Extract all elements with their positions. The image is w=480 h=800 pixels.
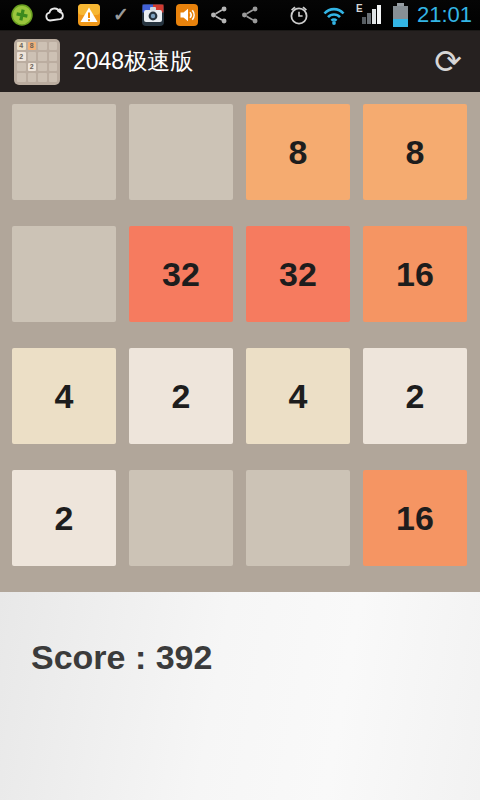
app-icon-cell: [49, 42, 58, 51]
app-icon-tile-2: 2: [17, 52, 26, 61]
empty-cell-r3c1: [129, 470, 233, 566]
app-title: 2048极速版: [73, 46, 193, 77]
tile-2-r3c0: 2: [12, 470, 116, 566]
empty-cell-r3c2: [246, 470, 350, 566]
share-icon: [208, 3, 230, 27]
app-icon-cell: [38, 73, 47, 82]
tile-8-r0c2: 8: [246, 104, 350, 200]
app-icon-cell: [38, 63, 47, 72]
clock-time: 21:01: [415, 0, 474, 30]
empty-cell-r0c0: [12, 104, 116, 200]
share-icon-2: [239, 3, 261, 27]
empty-cell-r0c1: [129, 104, 233, 200]
sync-green-icon: [10, 3, 34, 27]
tile-32-r1c2: 32: [246, 226, 350, 322]
score-label: Score : 392: [31, 638, 480, 677]
board[interactable]: 883232164242216: [0, 92, 480, 592]
refresh-button[interactable]: ⟳: [430, 42, 466, 82]
cloud-icon: [43, 3, 67, 27]
signal-icon: E: [356, 3, 386, 27]
camera-app-icon: [140, 3, 166, 27]
battery-icon: [393, 3, 408, 27]
alarm-icon: [286, 3, 312, 27]
app-icon-tile-8: 8: [28, 42, 37, 51]
title-bar: 4822 2048极速版 ⟳: [0, 30, 480, 92]
tile-4-r2c2: 4: [246, 348, 350, 444]
app-icon-cell: [49, 63, 58, 72]
score-panel: Score : 392: [0, 592, 480, 800]
tile-16-r3c3: 16: [363, 470, 467, 566]
app-icon-tile-2: 2: [28, 63, 37, 72]
status-bar-right: E 21:01: [286, 0, 474, 30]
check-icon: ✓: [111, 3, 131, 27]
tile-2-r2c3: 2: [363, 348, 467, 444]
tile-4-r2c0: 4: [12, 348, 116, 444]
app-icon-cell: [28, 73, 37, 82]
status-bar[interactable]: ✓: [0, 0, 480, 30]
app-icon-cell: [28, 52, 37, 61]
app-icon: 4822: [14, 39, 60, 85]
signal-bars: [362, 5, 381, 24]
volume-icon: [175, 3, 199, 27]
empty-cell-r1c0: [12, 226, 116, 322]
app-icon-cell: [49, 52, 58, 61]
app-icon-cell: [38, 52, 47, 61]
tile-16-r1c3: 16: [363, 226, 467, 322]
app-icon-cell: [38, 42, 47, 51]
wifi-icon: [319, 3, 349, 27]
warning-icon: [76, 3, 102, 27]
app-icon-cell: [17, 73, 26, 82]
app-icon-tile-4: 4: [17, 42, 26, 51]
tile-8-r0c3: 8: [363, 104, 467, 200]
tile-32-r1c1: 32: [129, 226, 233, 322]
app-icon-cell: [17, 63, 26, 72]
app-icon-cell: [49, 73, 58, 82]
tile-2-r2c1: 2: [129, 348, 233, 444]
